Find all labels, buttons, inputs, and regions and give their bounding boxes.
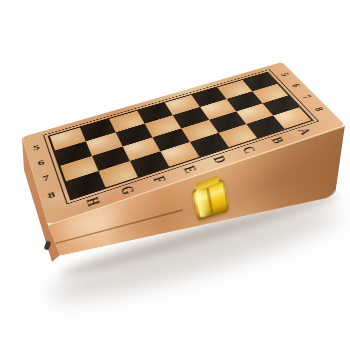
rank-label: 8 (47, 190, 57, 201)
rank-label: 5 (278, 72, 292, 78)
rank-label: 8 (311, 106, 326, 113)
rank-label: 7 (299, 94, 314, 100)
rank-label: 6 (288, 82, 302, 88)
rank-label: 5 (32, 143, 41, 152)
chess-box-photo: 5678 5678 HGFEDCBA (0, 0, 350, 350)
rank-label: 6 (37, 158, 46, 168)
rank-label: 7 (41, 173, 50, 184)
gold-clasp-latch (192, 178, 229, 220)
